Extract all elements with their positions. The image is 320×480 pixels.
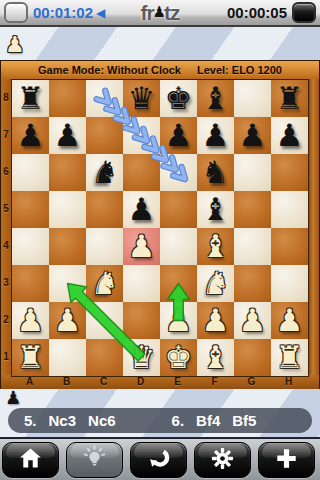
file-label-d: D [122, 375, 159, 390]
square-g6[interactable] [234, 154, 271, 191]
file-label-b: B [48, 375, 85, 390]
black-pawn: ♟ [234, 117, 271, 154]
square-e2[interactable]: ♟ [160, 302, 197, 339]
square-f1[interactable]: ♝ [197, 339, 234, 376]
file-labels: ABCDEFGH [1, 375, 319, 390]
black-player-token[interactable] [292, 2, 316, 23]
white-knight: ♞ [197, 265, 234, 302]
game-mode-label: Game Mode: Without Clock [38, 64, 181, 76]
square-g3[interactable] [234, 265, 271, 302]
white-pawn: ♟ [12, 302, 49, 339]
lightbulb-icon [81, 445, 108, 475]
captured-white-pawn-icon: ♟ [5, 34, 25, 56]
square-h7[interactable]: ♟ [271, 117, 308, 154]
undo-button[interactable] [130, 442, 187, 478]
white-bishop: ♝ [197, 339, 234, 376]
square-d1[interactable]: ♛ [123, 339, 160, 376]
square-a5[interactable] [12, 191, 49, 228]
black-queen: ♛ [123, 80, 160, 117]
white-pawn: ♟ [234, 302, 271, 339]
square-c8[interactable] [86, 80, 123, 117]
level-label: Level: ELO 1200 [197, 64, 282, 76]
square-g5[interactable] [234, 191, 271, 228]
square-a2[interactable]: ♟ [12, 302, 49, 339]
file-label-g: G [233, 375, 270, 390]
rank-labels: 87654321 [1, 79, 11, 375]
fritz-chess-app: 00:01:02 ◀ fr♟tz 00:00:05 ♟ Game Mode: W… [0, 0, 320, 480]
rank-label-7: 7 [1, 116, 11, 153]
white-pawn: ♟ [49, 302, 86, 339]
square-d8[interactable]: ♛ [123, 80, 160, 117]
square-f5[interactable]: ♝ [197, 191, 234, 228]
black-bishop: ♝ [197, 80, 234, 117]
square-e6[interactable] [160, 154, 197, 191]
move-number-5: 5. [24, 412, 37, 429]
black-pawn: ♟ [271, 117, 308, 154]
square-e5[interactable] [160, 191, 197, 228]
black-pawn: ♟ [197, 117, 234, 154]
square-d5[interactable]: ♟ [123, 191, 160, 228]
home-icon [17, 445, 44, 475]
rank-label-3: 3 [1, 264, 11, 301]
move-6-white: Bf4 [196, 412, 220, 429]
file-label-c: C [85, 375, 122, 390]
file-label-e: E [159, 375, 196, 390]
square-c6[interactable]: ♞ [86, 154, 123, 191]
white-pawn: ♟ [160, 302, 197, 339]
square-c1[interactable] [86, 339, 123, 376]
rank-label-2: 2 [1, 301, 11, 338]
square-a1[interactable]: ♜ [12, 339, 49, 376]
white-knight: ♞ [86, 265, 123, 302]
chess-board-frame: Game Mode: Without Clock Level: ELO 1200… [0, 60, 320, 389]
square-h3[interactable] [271, 265, 308, 302]
square-a3[interactable] [12, 265, 49, 302]
rank-label-4: 4 [1, 227, 11, 264]
black-rook: ♜ [271, 80, 308, 117]
rank-label-6: 6 [1, 153, 11, 190]
square-e3[interactable] [160, 265, 197, 302]
square-h1[interactable]: ♜ [271, 339, 308, 376]
chess-board[interactable]: ♜♛♚♝♜♟♟♟♟♟♟♞♞♟♝♟♝♞♞♟♟♟♟♟♟♜♛♚♝♜ [11, 79, 309, 377]
black-bishop: ♝ [197, 191, 234, 228]
square-b1[interactable] [49, 339, 86, 376]
captured-by-black-tray: ♟ [0, 27, 320, 60]
square-b5[interactable] [49, 191, 86, 228]
square-b2[interactable]: ♟ [49, 302, 86, 339]
white-rook: ♜ [271, 339, 308, 376]
black-king: ♚ [160, 80, 197, 117]
rank-label-8: 8 [1, 79, 11, 116]
square-c3[interactable]: ♞ [86, 265, 123, 302]
undo-arrow-icon [145, 445, 172, 475]
black-pawn: ♟ [160, 117, 197, 154]
frame-right-edge [308, 79, 319, 375]
white-clock: 00:01:02 [33, 4, 93, 21]
square-c4[interactable] [86, 228, 123, 265]
black-rook: ♜ [12, 80, 49, 117]
square-g7[interactable]: ♟ [234, 117, 271, 154]
new-game-button[interactable] [258, 442, 315, 478]
square-b8[interactable] [49, 80, 86, 117]
square-h6[interactable] [271, 154, 308, 191]
white-pawn: ♟ [271, 302, 308, 339]
square-b3[interactable] [49, 265, 86, 302]
white-queen: ♛ [123, 339, 160, 376]
move-5-white: Nc3 [49, 412, 77, 429]
square-g4[interactable] [234, 228, 271, 265]
move-6-black: Bf5 [232, 412, 256, 429]
square-h2[interactable]: ♟ [271, 302, 308, 339]
black-clock: 00:00:05 [227, 4, 287, 21]
black-pawn: ♟ [49, 117, 86, 154]
square-d2[interactable] [123, 302, 160, 339]
home-button[interactable] [2, 442, 59, 478]
black-pawn: ♟ [12, 117, 49, 154]
move-5-black: Nc6 [88, 412, 116, 429]
white-rook: ♜ [12, 339, 49, 376]
clock-bar: 00:01:02 ◀ fr♟tz 00:00:05 [0, 0, 320, 27]
square-g2[interactable]: ♟ [234, 302, 271, 339]
square-g8[interactable] [234, 80, 271, 117]
square-f8[interactable]: ♝ [197, 80, 234, 117]
white-player-token[interactable] [4, 2, 28, 23]
white-bishop: ♝ [197, 228, 234, 265]
square-e4[interactable] [160, 228, 197, 265]
square-c2[interactable] [86, 302, 123, 339]
black-pawn: ♟ [123, 191, 160, 228]
plus-icon [273, 445, 300, 475]
rank-label-1: 1 [1, 338, 11, 375]
square-c5[interactable] [86, 191, 123, 228]
game-status-bar: Game Mode: Without Clock Level: ELO 1200 [1, 61, 319, 79]
white-king: ♚ [160, 339, 197, 376]
square-f6[interactable]: ♞ [197, 154, 234, 191]
square-f4[interactable]: ♝ [197, 228, 234, 265]
square-d6[interactable] [123, 154, 160, 191]
square-e1[interactable]: ♚ [160, 339, 197, 376]
gear-icon [209, 445, 236, 475]
square-a8[interactable]: ♜ [12, 80, 49, 117]
captured-black-pawn-icon: ♟ [5, 389, 21, 407]
square-d3[interactable] [123, 265, 160, 302]
bottom-toolbar [0, 437, 320, 480]
square-h8[interactable]: ♜ [271, 80, 308, 117]
move-list-area: ♟ 5. Nc3 Nc6 6. Bf4 Bf5 [0, 389, 320, 437]
square-a7[interactable]: ♟ [12, 117, 49, 154]
square-g1[interactable] [234, 339, 271, 376]
square-f2[interactable]: ♟ [197, 302, 234, 339]
white-pawn: ♟ [197, 302, 234, 339]
square-d4[interactable]: ♟ [123, 228, 160, 265]
move-number-6: 6. [172, 412, 185, 429]
file-label-f: F [196, 375, 233, 390]
square-e7[interactable]: ♟ [160, 117, 197, 154]
square-b7[interactable]: ♟ [49, 117, 86, 154]
square-f3[interactable]: ♞ [197, 265, 234, 302]
hint-button[interactable] [66, 442, 123, 478]
square-b4[interactable] [49, 228, 86, 265]
square-e8[interactable]: ♚ [160, 80, 197, 117]
black-knight: ♞ [86, 154, 123, 191]
turn-indicator-icon: ◀ [96, 6, 105, 20]
rank-label-5: 5 [1, 190, 11, 227]
square-a4[interactable] [12, 228, 49, 265]
move-list: 5. Nc3 Nc6 6. Bf4 Bf5 [8, 408, 312, 433]
square-c7[interactable] [86, 117, 123, 154]
file-label-h: H [270, 375, 307, 390]
square-h5[interactable] [271, 191, 308, 228]
square-a6[interactable] [12, 154, 49, 191]
white-pawn: ♟ [123, 228, 160, 265]
square-d7[interactable] [123, 117, 160, 154]
fritz-logo: fr♟tz [140, 1, 179, 25]
square-h4[interactable] [271, 228, 308, 265]
square-f7[interactable]: ♟ [197, 117, 234, 154]
settings-button[interactable] [194, 442, 251, 478]
black-knight: ♞ [197, 154, 234, 191]
square-b6[interactable] [49, 154, 86, 191]
